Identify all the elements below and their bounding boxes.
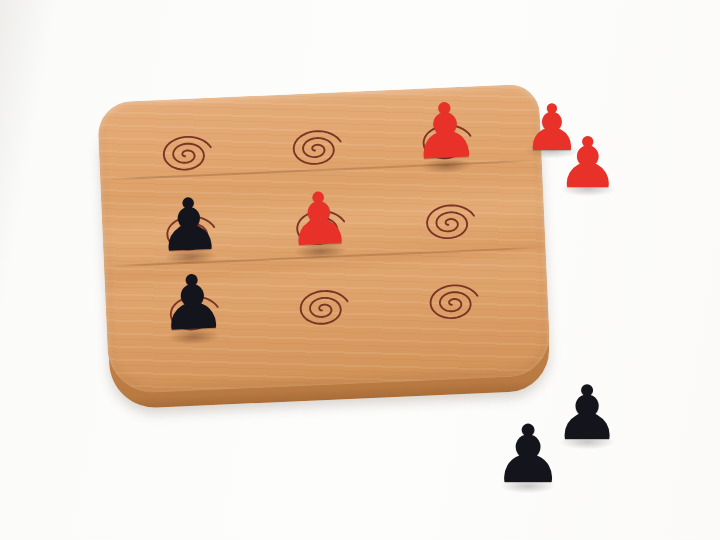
black-pawn[interactable]: ♟ xyxy=(157,264,227,342)
red-pawn[interactable]: ♟ xyxy=(285,182,353,257)
photo-background: ♟♟♟♟ ♟♟♟♟ xyxy=(0,0,720,540)
spiral-mark xyxy=(155,131,217,179)
spiral-mark xyxy=(285,125,347,173)
black-pawn[interactable]: ♟ xyxy=(492,415,564,495)
red-pawn[interactable]: ♟ xyxy=(557,128,620,198)
cell-r2c3[interactable] xyxy=(383,181,516,267)
board-grid: ♟♟♟♟ xyxy=(120,101,520,358)
cell-r2c2[interactable]: ♟ xyxy=(253,186,386,272)
cell-r1c3[interactable]: ♟ xyxy=(379,101,512,187)
spiral-mark xyxy=(418,200,480,248)
black-pawn[interactable]: ♟ xyxy=(155,187,223,262)
cell-r3c2[interactable] xyxy=(256,266,389,352)
red-pawn[interactable]: ♟ xyxy=(410,92,481,171)
spiral-mark xyxy=(292,285,354,333)
spiral-mark xyxy=(422,280,484,328)
cell-r3c1[interactable]: ♟ xyxy=(126,272,259,358)
cell-r3c3[interactable] xyxy=(386,261,519,347)
game-board: ♟♟♟♟ xyxy=(97,83,551,394)
